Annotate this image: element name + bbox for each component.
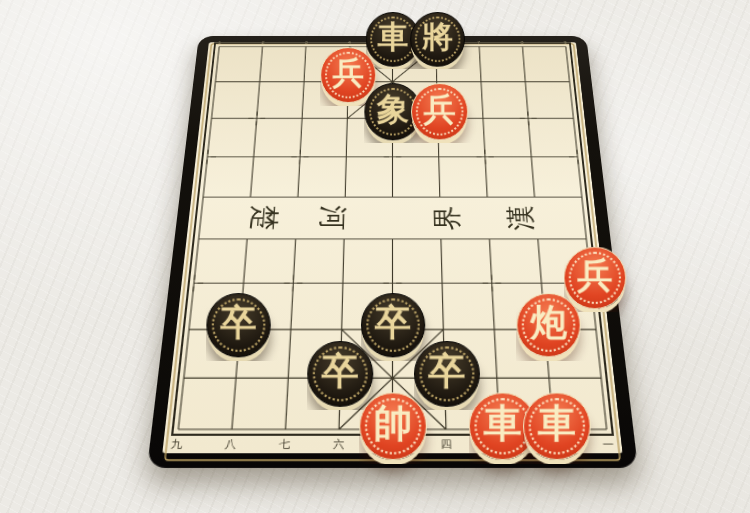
piece-character: 帥 <box>374 405 412 443</box>
root: html,body{margin:0;padding:0;background:… <box>0 0 750 513</box>
piece-character: 卒 <box>428 353 465 390</box>
piece-character: 將 <box>422 22 453 53</box>
piece-character: 卒 <box>221 305 257 341</box>
piece-red-soldier[interactable]: 兵 <box>563 247 626 310</box>
board-point-f5-r9: 帥 <box>365 403 419 456</box>
board-point-f4-r8: 卒 <box>313 354 366 404</box>
board-point-f6-r8: 卒 <box>418 354 471 404</box>
piece-red-soldier[interactable]: 兵 <box>321 47 377 103</box>
piece-character: 象 <box>377 94 409 126</box>
piece-character: 兵 <box>423 94 455 126</box>
board-point-f5-r7: 卒 <box>367 306 418 353</box>
board-point-f4-r1: 兵 <box>325 64 370 100</box>
xiangqi-board: 楚河界漢123456789九八七六五四三二一 車將兵象兵兵卒卒炮卒卒帥車車 <box>147 36 638 468</box>
body: { "game": "xiangqi", "scene_caption": "C… <box>0 0 750 513</box>
board-point-f5-r0: 車 <box>371 30 415 64</box>
piece-character: 兵 <box>577 258 613 294</box>
piece-black-general[interactable]: 將 <box>410 12 465 67</box>
board-point-f8-r9: 車 <box>525 403 583 456</box>
board-scene: 楚河界漢123456789九八七六五四三二一 車將兵象兵兵卒卒炮卒卒帥車車 <box>176 0 609 470</box>
piece-red-soldier[interactable]: 兵 <box>411 83 468 140</box>
piece-red-cannon[interactable]: 炮 <box>516 293 580 357</box>
board-point-f7-r9: 車 <box>472 403 528 456</box>
piece-character: 卒 <box>322 353 359 390</box>
piece-character: 車 <box>537 405 575 443</box>
piece-black-soldier[interactable]: 卒 <box>414 341 480 407</box>
board-point-f5-r2: 象 <box>370 100 416 138</box>
board-point-f6-r0: 將 <box>414 30 458 64</box>
board-point-f6-r2: 兵 <box>415 100 461 138</box>
piece-red-chariot[interactable]: 車 <box>523 392 591 460</box>
board-point-f9-r6: 兵 <box>564 261 618 306</box>
piece-character: 卒 <box>375 305 411 341</box>
piece-character: 兵 <box>333 57 365 89</box>
piece-black-soldier[interactable]: 卒 <box>361 293 425 357</box>
board-point-f2-r7: 卒 <box>212 306 267 353</box>
photo-background: 楚河界漢123456789九八七六五四三二一 車將兵象兵兵卒卒炮卒卒帥車車 <box>0 0 750 513</box>
piece-character: 車 <box>483 405 521 443</box>
piece-black-soldier[interactable]: 卒 <box>207 293 271 357</box>
piece-character: 炮 <box>530 305 566 341</box>
piece-character: 車 <box>378 22 409 53</box>
board-point-f8-r7: 炮 <box>518 306 573 353</box>
